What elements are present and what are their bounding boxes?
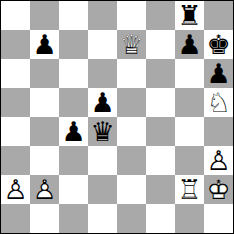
square-b8[interactable]	[30, 1, 59, 30]
piece-white-queen-e7[interactable]: ♛♕	[117, 30, 146, 59]
piece-black-pawn-h6[interactable]: ♟	[204, 59, 233, 88]
white-knight-outline-glyph: ♘	[204, 88, 233, 117]
square-d7[interactable]	[88, 30, 117, 59]
piece-white-pawn-a2[interactable]: ♟♙	[1, 175, 30, 204]
square-a2[interactable]: ♟♙	[1, 175, 30, 204]
black-king-glyph: ♚	[204, 30, 233, 59]
square-f6[interactable]	[146, 59, 175, 88]
chess-board: ♜♟♛♕♟♚♟♟♞♘♟♛♟♙♟♙♟♙♜♖♚♔	[1, 1, 233, 233]
black-queen-glyph: ♛	[88, 117, 117, 146]
black-pawn-glyph: ♟	[88, 88, 117, 117]
black-pawn-glyph: ♟	[175, 30, 204, 59]
square-h6[interactable]: ♟	[204, 59, 233, 88]
square-b3[interactable]	[30, 146, 59, 175]
square-d6[interactable]	[88, 59, 117, 88]
square-e5[interactable]	[117, 88, 146, 117]
square-h8[interactable]	[204, 1, 233, 30]
square-h3[interactable]: ♟♙	[204, 146, 233, 175]
square-c7[interactable]	[59, 30, 88, 59]
square-a8[interactable]	[1, 1, 30, 30]
piece-black-king-h7[interactable]: ♚	[204, 30, 233, 59]
piece-black-rook-g8[interactable]: ♜	[175, 1, 204, 30]
piece-white-pawn-h3[interactable]: ♟♙	[204, 146, 233, 175]
square-a3[interactable]	[1, 146, 30, 175]
square-d8[interactable]	[88, 1, 117, 30]
square-f2[interactable]	[146, 175, 175, 204]
square-g2[interactable]: ♜♖	[175, 175, 204, 204]
white-pawn-outline-glyph: ♙	[30, 175, 59, 204]
piece-black-queen-d4[interactable]: ♛	[88, 117, 117, 146]
piece-white-king-h2[interactable]: ♚♔	[204, 175, 233, 204]
square-e4[interactable]	[117, 117, 146, 146]
square-e3[interactable]	[117, 146, 146, 175]
square-f5[interactable]	[146, 88, 175, 117]
black-pawn-glyph: ♟	[59, 117, 88, 146]
black-pawn-glyph: ♟	[30, 30, 59, 59]
square-a7[interactable]	[1, 30, 30, 59]
square-f4[interactable]	[146, 117, 175, 146]
square-f7[interactable]	[146, 30, 175, 59]
piece-white-pawn-b2[interactable]: ♟♙	[30, 175, 59, 204]
white-queen-outline-glyph: ♕	[117, 30, 146, 59]
square-c1[interactable]	[59, 204, 88, 233]
piece-white-rook-g2[interactable]: ♜♖	[175, 175, 204, 204]
square-c8[interactable]	[59, 1, 88, 30]
square-e6[interactable]	[117, 59, 146, 88]
square-b7[interactable]: ♟	[30, 30, 59, 59]
piece-white-knight-h5[interactable]: ♞♘	[204, 88, 233, 117]
square-e7[interactable]: ♛♕	[117, 30, 146, 59]
square-f8[interactable]	[146, 1, 175, 30]
white-pawn-outline-glyph: ♙	[204, 146, 233, 175]
square-f3[interactable]	[146, 146, 175, 175]
piece-black-pawn-g7[interactable]: ♟	[175, 30, 204, 59]
square-g6[interactable]	[175, 59, 204, 88]
square-c6[interactable]	[59, 59, 88, 88]
white-king-outline-glyph: ♔	[204, 175, 233, 204]
square-c4[interactable]: ♟	[59, 117, 88, 146]
square-g1[interactable]	[175, 204, 204, 233]
square-g5[interactable]	[175, 88, 204, 117]
square-a6[interactable]	[1, 59, 30, 88]
square-d1[interactable]	[88, 204, 117, 233]
square-a4[interactable]	[1, 117, 30, 146]
square-e2[interactable]	[117, 175, 146, 204]
square-g7[interactable]: ♟	[175, 30, 204, 59]
white-pawn-outline-glyph: ♙	[1, 175, 30, 204]
square-d3[interactable]	[88, 146, 117, 175]
square-b4[interactable]	[30, 117, 59, 146]
square-d2[interactable]	[88, 175, 117, 204]
square-g3[interactable]	[175, 146, 204, 175]
square-b5[interactable]	[30, 88, 59, 117]
square-d4[interactable]: ♛	[88, 117, 117, 146]
chess-diagram: ♜♟♛♕♟♚♟♟♞♘♟♛♟♙♟♙♟♙♜♖♚♔	[0, 0, 234, 234]
square-a5[interactable]	[1, 88, 30, 117]
square-b2[interactable]: ♟♙	[30, 175, 59, 204]
square-h1[interactable]	[204, 204, 233, 233]
piece-black-pawn-c4[interactable]: ♟	[59, 117, 88, 146]
square-b1[interactable]	[30, 204, 59, 233]
black-pawn-glyph: ♟	[204, 59, 233, 88]
square-a1[interactable]	[1, 204, 30, 233]
square-g4[interactable]	[175, 117, 204, 146]
square-b6[interactable]	[30, 59, 59, 88]
piece-black-pawn-b7[interactable]: ♟	[30, 30, 59, 59]
square-c3[interactable]	[59, 146, 88, 175]
square-c2[interactable]	[59, 175, 88, 204]
white-rook-outline-glyph: ♖	[175, 175, 204, 204]
square-h7[interactable]: ♚	[204, 30, 233, 59]
piece-black-pawn-d5[interactable]: ♟	[88, 88, 117, 117]
square-d5[interactable]: ♟	[88, 88, 117, 117]
square-f1[interactable]	[146, 204, 175, 233]
square-e1[interactable]	[117, 204, 146, 233]
square-c5[interactable]	[59, 88, 88, 117]
square-h4[interactable]	[204, 117, 233, 146]
square-h5[interactable]: ♞♘	[204, 88, 233, 117]
square-e8[interactable]	[117, 1, 146, 30]
square-g8[interactable]: ♜	[175, 1, 204, 30]
square-h2[interactable]: ♚♔	[204, 175, 233, 204]
black-rook-glyph: ♜	[175, 1, 204, 30]
